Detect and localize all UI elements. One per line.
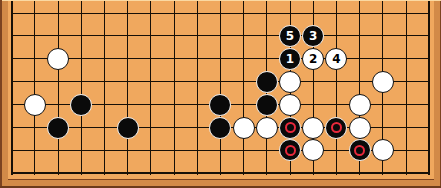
stone-white-Q3 <box>349 117 371 139</box>
stone-white-C6 <box>47 48 69 70</box>
go-board: 53124 <box>0 0 441 188</box>
stone-white-R2 <box>372 139 394 161</box>
grid-line-horizontal <box>11 35 431 36</box>
stone-black-K4 <box>209 94 231 116</box>
move-3-stone-black-O7: 3 <box>302 25 324 47</box>
stone-white-O2 <box>302 139 324 161</box>
stone-black-N2 <box>279 139 301 161</box>
circle-marker <box>354 145 365 156</box>
stone-white-L3 <box>233 117 255 139</box>
stone-black-K3 <box>209 117 231 139</box>
stone-white-Q4 <box>349 94 371 116</box>
stone-white-B4 <box>24 94 46 116</box>
circle-marker <box>331 122 342 133</box>
stone-black-C3 <box>47 117 69 139</box>
move-1-stone-black-N6: 1 <box>279 48 301 70</box>
circle-marker <box>285 145 296 156</box>
board-left-edge <box>0 0 2 188</box>
stone-white-M3 <box>256 117 278 139</box>
go-board-face: 53124 <box>8 1 434 180</box>
stone-white-N4 <box>279 94 301 116</box>
grid-line-horizontal <box>11 172 431 174</box>
grid-line-horizontal <box>11 13 431 14</box>
move-2-stone-white-O6: 2 <box>302 48 324 70</box>
grid-line-horizontal <box>11 81 431 82</box>
move-4-stone-white-P6: 4 <box>325 48 347 70</box>
stone-black-N3 <box>279 117 301 139</box>
stone-black-Q2 <box>349 139 371 161</box>
stone-white-N5 <box>279 71 301 93</box>
stone-black-P3 <box>325 117 347 139</box>
circle-marker <box>285 122 296 133</box>
grid-line-horizontal <box>11 58 431 59</box>
stone-black-D4 <box>70 94 92 116</box>
stone-white-R5 <box>372 71 394 93</box>
stone-black-M5 <box>256 71 278 93</box>
stone-white-O3 <box>302 117 324 139</box>
move-5-stone-black-N7: 5 <box>279 25 301 47</box>
stone-black-M4 <box>256 94 278 116</box>
stone-black-F3 <box>117 117 139 139</box>
board-bottom-edge <box>0 186 441 188</box>
